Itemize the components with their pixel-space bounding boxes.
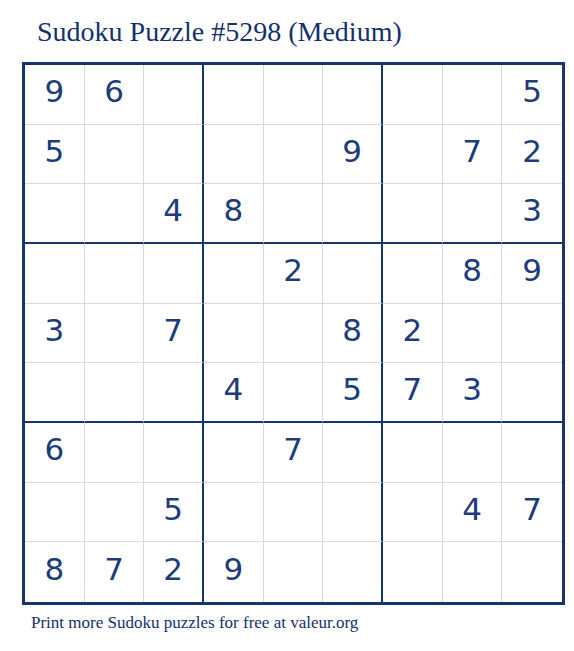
- cell-r8c6: [323, 483, 383, 543]
- cell-r1c6: [323, 65, 383, 125]
- cell-r6c3: [144, 363, 204, 423]
- cell-r9c9: [502, 542, 562, 602]
- cell-r2c9: 2: [502, 125, 562, 185]
- cell-r2c4: [204, 125, 264, 185]
- cell-r7c2: [85, 423, 145, 483]
- cell-r4c5: 2: [264, 244, 324, 304]
- footer-text: Print more Sudoku puzzles for free at va…: [31, 613, 358, 633]
- cell-r1c8: [443, 65, 503, 125]
- cell-r9c1: 8: [25, 542, 85, 602]
- cell-r7c5: 7: [264, 423, 324, 483]
- cell-r3c2: [85, 184, 145, 244]
- cell-r6c2: [85, 363, 145, 423]
- cell-r6c8: 3: [443, 363, 503, 423]
- cell-r3c7: [383, 184, 443, 244]
- cell-r1c9: 5: [502, 65, 562, 125]
- cell-r5c1: 3: [25, 304, 85, 364]
- cell-r6c6: 5: [323, 363, 383, 423]
- cell-r9c5: [264, 542, 324, 602]
- cell-r7c6: [323, 423, 383, 483]
- cell-r2c6: 9: [323, 125, 383, 185]
- cell-r7c3: [144, 423, 204, 483]
- cell-r3c4: 8: [204, 184, 264, 244]
- cell-r9c3: 2: [144, 542, 204, 602]
- cell-r6c1: [25, 363, 85, 423]
- cell-r3c6: [323, 184, 383, 244]
- cell-r4c9: 9: [502, 244, 562, 304]
- cell-r3c1: [25, 184, 85, 244]
- cell-r5c9: [502, 304, 562, 364]
- page-title: Sudoku Puzzle #5298 (Medium): [37, 16, 402, 48]
- cell-r7c9: [502, 423, 562, 483]
- cell-r2c5: [264, 125, 324, 185]
- cell-r7c1: 6: [25, 423, 85, 483]
- sudoku-board: 965597248328937824573675478729: [22, 62, 565, 605]
- cell-r7c4: [204, 423, 264, 483]
- cell-r6c4: 4: [204, 363, 264, 423]
- cell-r8c3: 5: [144, 483, 204, 543]
- cell-r3c5: [264, 184, 324, 244]
- cell-r5c5: [264, 304, 324, 364]
- cell-r3c3: 4: [144, 184, 204, 244]
- cell-r4c1: [25, 244, 85, 304]
- cell-r4c2: [85, 244, 145, 304]
- cell-r8c7: [383, 483, 443, 543]
- cell-r4c3: [144, 244, 204, 304]
- cell-r1c5: [264, 65, 324, 125]
- cell-r4c6: [323, 244, 383, 304]
- cell-r5c6: 8: [323, 304, 383, 364]
- cell-r3c9: 3: [502, 184, 562, 244]
- cell-r8c8: 4: [443, 483, 503, 543]
- cell-r4c7: [383, 244, 443, 304]
- cell-r2c8: 7: [443, 125, 503, 185]
- cell-r9c7: [383, 542, 443, 602]
- sudoku-page: Sudoku Puzzle #5298 (Medium) 96559724832…: [0, 0, 574, 651]
- cell-r7c7: [383, 423, 443, 483]
- cell-r2c1: 5: [25, 125, 85, 185]
- cell-r1c1: 9: [25, 65, 85, 125]
- cell-r3c8: [443, 184, 503, 244]
- cell-r9c4: 9: [204, 542, 264, 602]
- cell-r5c3: 7: [144, 304, 204, 364]
- cell-r5c8: [443, 304, 503, 364]
- cell-r8c9: 7: [502, 483, 562, 543]
- cell-r1c2: 6: [85, 65, 145, 125]
- cell-r4c4: [204, 244, 264, 304]
- cell-r6c7: 7: [383, 363, 443, 423]
- cell-r4c8: 8: [443, 244, 503, 304]
- cell-r1c4: [204, 65, 264, 125]
- cell-r9c6: [323, 542, 383, 602]
- cell-r9c8: [443, 542, 503, 602]
- cell-r2c3: [144, 125, 204, 185]
- cell-r5c4: [204, 304, 264, 364]
- cell-r9c2: 7: [85, 542, 145, 602]
- cell-r8c1: [25, 483, 85, 543]
- cell-r5c2: [85, 304, 145, 364]
- cell-r8c5: [264, 483, 324, 543]
- cell-r2c2: [85, 125, 145, 185]
- cell-r8c2: [85, 483, 145, 543]
- cell-r7c8: [443, 423, 503, 483]
- cell-r6c9: [502, 363, 562, 423]
- cell-r5c7: 2: [383, 304, 443, 364]
- cell-r2c7: [383, 125, 443, 185]
- cell-r1c7: [383, 65, 443, 125]
- cell-r1c3: [144, 65, 204, 125]
- cell-r8c4: [204, 483, 264, 543]
- cell-r6c5: [264, 363, 324, 423]
